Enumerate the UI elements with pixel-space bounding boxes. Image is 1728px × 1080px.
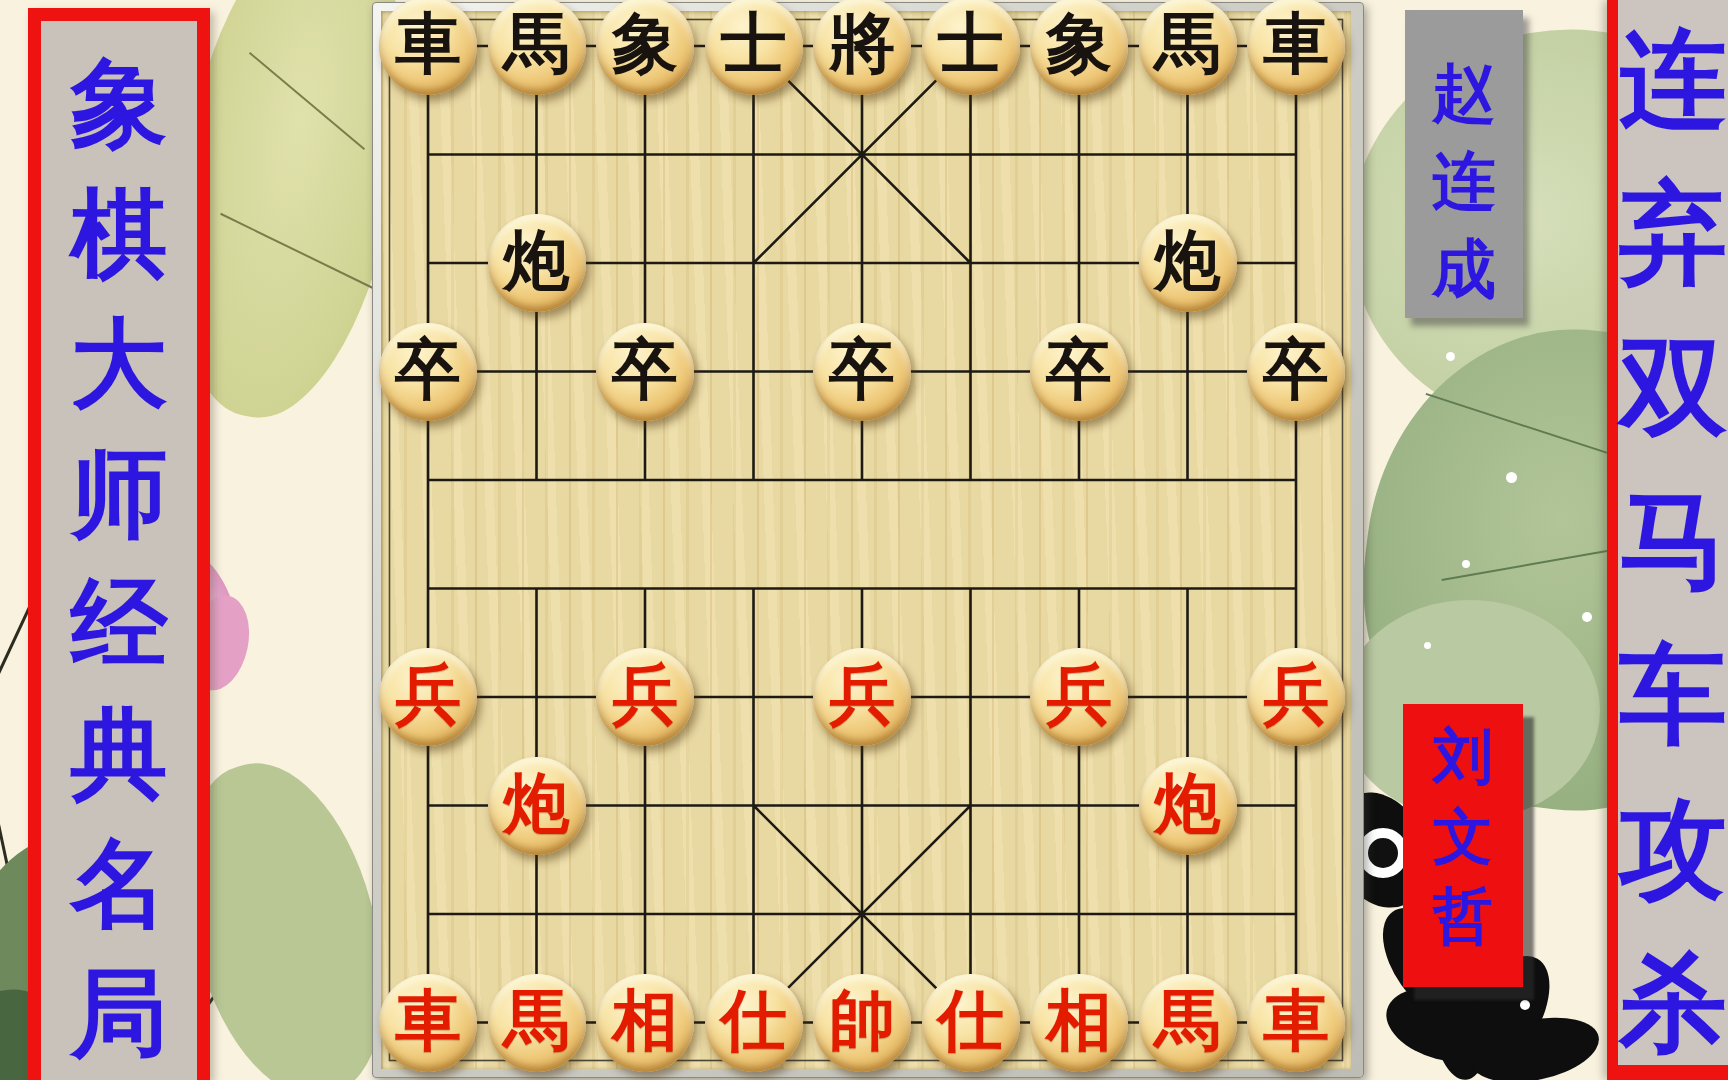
piece-glyph: 卒 <box>612 337 678 407</box>
grid-lines <box>428 46 1296 1023</box>
piece-glyph: 炮 <box>1155 771 1221 841</box>
piece-black-c8r0[interactable]: 車 <box>1247 0 1345 95</box>
piece-glyph: 相 <box>612 988 678 1058</box>
xiangqi-screenshot: 象棋大师经典名局 连弃双马车攻杀 赵连成 刘文哲 車馬象士將士象馬車炮炮卒卒卒卒… <box>0 0 1728 1080</box>
piece-glyph: 兵 <box>612 662 678 732</box>
piece-black-c4r3[interactable]: 卒 <box>813 323 911 421</box>
piece-red-c2r9[interactable]: 相 <box>596 974 694 1072</box>
banner-char: 杀 <box>1619 948 1727 1058</box>
piece-glyph: 帥 <box>829 988 895 1058</box>
piece-glyph: 馬 <box>504 988 570 1058</box>
piece-glyph: 馬 <box>1155 11 1221 81</box>
banner-char: 攻 <box>1619 794 1727 904</box>
piece-red-c6r6[interactable]: 兵 <box>1030 648 1128 746</box>
piece-black-c0r0[interactable]: 車 <box>379 0 477 95</box>
banner-char: 成 <box>1432 236 1496 302</box>
piece-black-c2r0[interactable]: 象 <box>596 0 694 95</box>
piece-black-c8r3[interactable]: 卒 <box>1247 323 1345 421</box>
banner-char: 连 <box>1619 24 1727 134</box>
piece-glyph: 炮 <box>1155 228 1221 298</box>
piece-glyph: 卒 <box>829 337 895 407</box>
banner-char: 哲 <box>1433 886 1493 948</box>
banner-char: 棋 <box>71 183 168 284</box>
sparkle-dot <box>1462 560 1470 568</box>
sparkle-dot <box>1506 472 1517 483</box>
piece-black-c0r3[interactable]: 卒 <box>379 323 477 421</box>
piece-black-c1r0[interactable]: 馬 <box>488 0 586 95</box>
piece-glyph: 車 <box>395 11 461 81</box>
banner-char: 赵 <box>1432 60 1496 126</box>
piece-red-c8r6[interactable]: 兵 <box>1247 648 1345 746</box>
piece-glyph: 馬 <box>1155 988 1221 1058</box>
piece-glyph: 兵 <box>395 662 461 732</box>
piece-red-c7r7[interactable]: 炮 <box>1139 757 1237 855</box>
sparkle-dot <box>1582 612 1592 622</box>
piece-glyph: 卒 <box>1263 337 1329 407</box>
piece-glyph: 兵 <box>829 662 895 732</box>
board[interactable]: 車馬象士將士象馬車炮炮卒卒卒卒卒兵兵兵兵兵炮炮車馬相仕帥仕相馬車 <box>381 11 1351 1069</box>
piece-red-c0r9[interactable]: 車 <box>379 974 477 1072</box>
banner-char: 师 <box>71 443 168 544</box>
piece-glyph: 卒 <box>1046 337 1112 407</box>
sparkle-dot <box>1446 352 1455 361</box>
piece-black-c5r0[interactable]: 士 <box>922 0 1020 95</box>
piece-glyph: 象 <box>1046 11 1112 81</box>
piece-black-c1r2[interactable]: 炮 <box>488 214 586 312</box>
piece-glyph: 士 <box>938 11 1004 81</box>
banner-char: 弃 <box>1619 178 1727 288</box>
piece-black-c4r0[interactable]: 將 <box>813 0 911 95</box>
banner-char: 连 <box>1432 148 1496 214</box>
piece-glyph: 車 <box>1263 11 1329 81</box>
banner-char: 刘 <box>1433 726 1493 788</box>
piece-glyph: 兵 <box>1263 662 1329 732</box>
piece-red-c4r9[interactable]: 帥 <box>813 974 911 1072</box>
sparkle-dot <box>1424 642 1431 649</box>
piece-glyph: 車 <box>1263 988 1329 1058</box>
piece-glyph: 車 <box>395 988 461 1058</box>
banner-char: 车 <box>1619 640 1727 750</box>
red-player-nameplate: 刘文哲 <box>1403 704 1523 987</box>
piece-red-c1r9[interactable]: 馬 <box>488 974 586 1072</box>
banner-char: 双 <box>1619 332 1727 442</box>
piece-glyph: 將 <box>829 11 895 81</box>
banner-char: 名 <box>71 833 168 934</box>
black-player-nameplate: 赵连成 <box>1405 10 1523 318</box>
piece-red-c6r9[interactable]: 相 <box>1030 974 1128 1072</box>
banner-char: 象 <box>71 53 168 154</box>
piece-black-c3r0[interactable]: 士 <box>705 0 803 95</box>
banner-char: 经 <box>71 573 168 674</box>
piece-glyph: 仕 <box>721 988 787 1058</box>
piece-glyph: 卒 <box>395 337 461 407</box>
board-frame: 車馬象士將士象馬車炮炮卒卒卒卒卒兵兵兵兵兵炮炮車馬相仕帥仕相馬車 <box>372 2 1364 1078</box>
piece-red-c8r9[interactable]: 車 <box>1247 974 1345 1072</box>
piece-black-c7r0[interactable]: 馬 <box>1139 0 1237 95</box>
piece-black-c6r3[interactable]: 卒 <box>1030 323 1128 421</box>
piece-glyph: 相 <box>1046 988 1112 1058</box>
flower-dot <box>1520 1000 1530 1010</box>
piece-red-c4r6[interactable]: 兵 <box>813 648 911 746</box>
piece-black-c2r3[interactable]: 卒 <box>596 323 694 421</box>
piece-black-c6r0[interactable]: 象 <box>1030 0 1128 95</box>
piece-black-c7r2[interactable]: 炮 <box>1139 214 1237 312</box>
flower-ring <box>1358 828 1408 878</box>
right-title-banner: 连弃双马车攻杀 <box>1607 0 1728 1080</box>
piece-red-c2r6[interactable]: 兵 <box>596 648 694 746</box>
board-border-line <box>390 20 1343 1061</box>
piece-glyph: 兵 <box>1046 662 1112 732</box>
board-grid-svg <box>381 11 1351 1069</box>
banner-char: 大 <box>71 313 168 414</box>
piece-glyph: 士 <box>721 11 787 81</box>
left-title-banner: 象棋大师经典名局 <box>28 8 210 1080</box>
banner-char: 文 <box>1433 806 1493 868</box>
piece-red-c5r9[interactable]: 仕 <box>922 974 1020 1072</box>
piece-glyph: 炮 <box>504 228 570 298</box>
piece-red-c3r9[interactable]: 仕 <box>705 974 803 1072</box>
banner-char: 典 <box>71 703 168 804</box>
piece-glyph: 馬 <box>504 11 570 81</box>
piece-glyph: 象 <box>612 11 678 81</box>
piece-red-c7r9[interactable]: 馬 <box>1139 974 1237 1072</box>
piece-glyph: 仕 <box>938 988 1004 1058</box>
banner-char: 马 <box>1619 486 1727 596</box>
piece-glyph: 炮 <box>504 771 570 841</box>
banner-char: 局 <box>71 963 168 1064</box>
piece-red-c1r7[interactable]: 炮 <box>488 757 586 855</box>
piece-red-c0r6[interactable]: 兵 <box>379 648 477 746</box>
